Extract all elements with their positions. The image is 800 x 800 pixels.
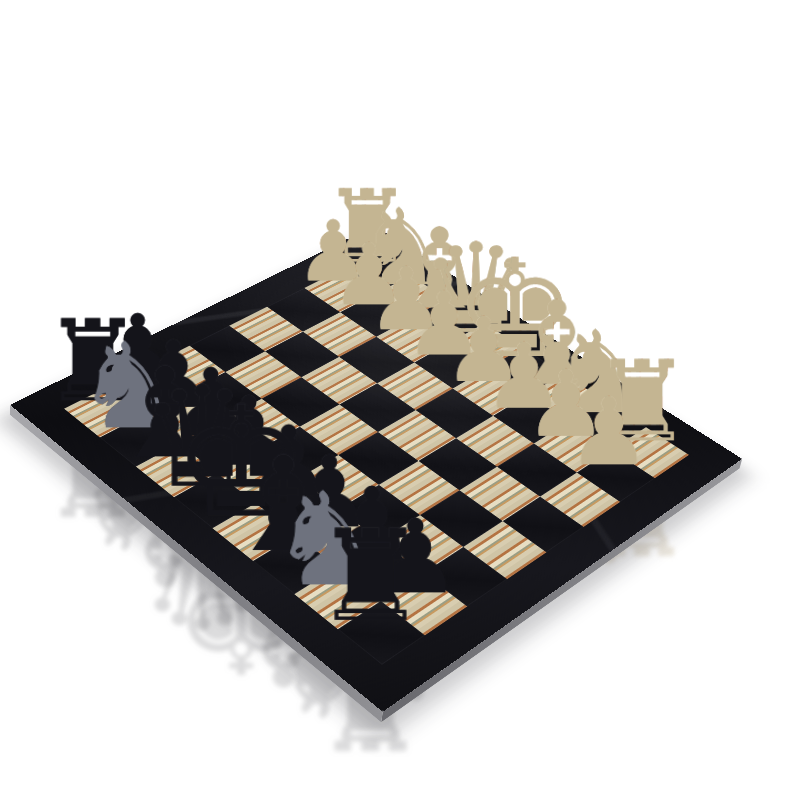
chess-board: ♜♜♞♞♝♝♛♛♚♚♝♝♞♞♜♜♟♟♟♟♟♟♟♟♟♟♟♟♟♟♟♟♟♟♟♟♟♟♟♟… [10,226,742,712]
scene: ♜♜♞♞♝♝♛♛♚♚♝♝♞♞♜♜♟♟♟♟♟♟♟♟♟♟♟♟♟♟♟♟♟♟♟♟♟♟♟♟… [0,0,800,800]
piece-wp-h2: ♟ [538,386,680,480]
piece-br-h8: ♜ [292,512,451,639]
